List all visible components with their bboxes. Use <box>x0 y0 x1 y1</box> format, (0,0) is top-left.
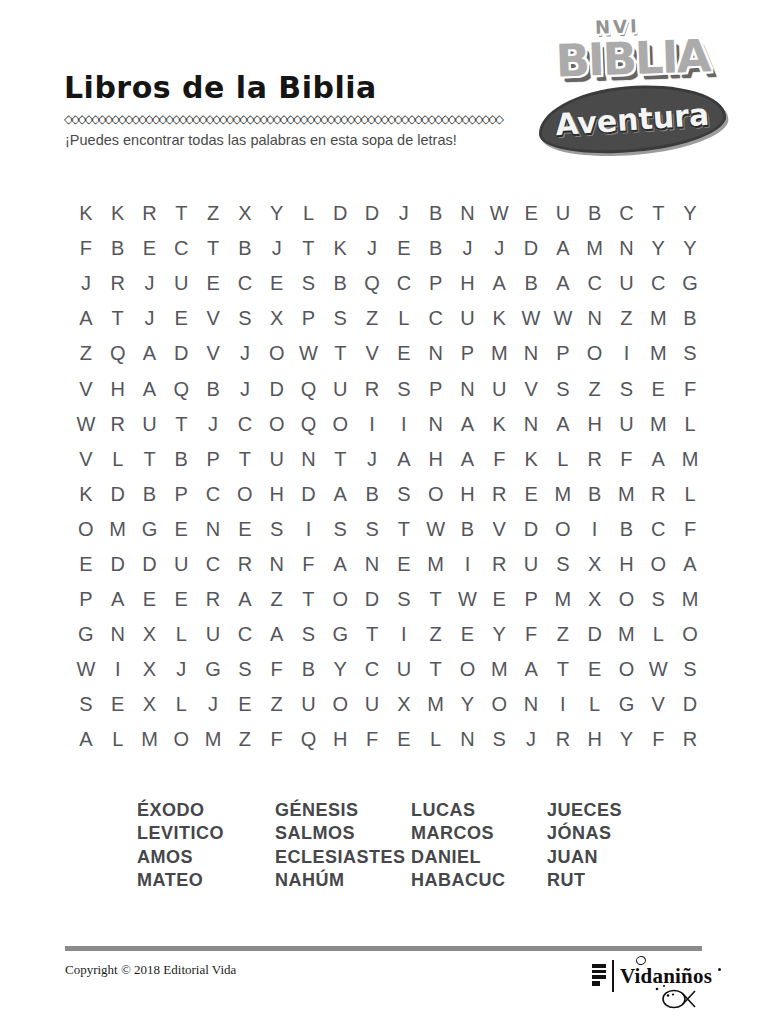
grid-cell[interactable]: D <box>515 512 547 547</box>
grid-cell[interactable]: S <box>674 652 706 687</box>
grid-cell[interactable]: L <box>102 722 134 757</box>
grid-cell[interactable]: E <box>134 231 166 266</box>
grid-cell[interactable]: F <box>70 231 102 266</box>
grid-cell[interactable]: A <box>452 442 484 477</box>
grid-cell[interactable]: G <box>134 512 166 547</box>
grid-cell[interactable]: M <box>547 477 579 512</box>
grid-cell[interactable]: N <box>356 547 388 582</box>
grid-cell[interactable]: B <box>356 477 388 512</box>
grid-cell[interactable]: Y <box>452 687 484 722</box>
grid-cell[interactable]: V <box>70 442 102 477</box>
grid-cell[interactable]: E <box>165 512 197 547</box>
grid-cell[interactable]: Y <box>611 722 643 757</box>
grid-cell[interactable]: Y <box>674 231 706 266</box>
grid-cell[interactable]: D <box>102 547 134 582</box>
grid-cell[interactable]: X <box>579 582 611 617</box>
grid-cell[interactable]: E <box>70 547 102 582</box>
grid-cell[interactable]: M <box>134 722 166 757</box>
grid-cell[interactable]: F <box>674 512 706 547</box>
grid-cell[interactable]: C <box>229 407 261 442</box>
grid-cell[interactable]: T <box>197 231 229 266</box>
grid-cell[interactable]: D <box>165 336 197 371</box>
grid-cell[interactable]: C <box>642 266 674 301</box>
grid-cell[interactable]: E <box>483 582 515 617</box>
grid-cell[interactable]: S <box>547 547 579 582</box>
grid-cell[interactable]: H <box>324 722 356 757</box>
grid-cell[interactable]: A <box>324 477 356 512</box>
grid-cell[interactable]: C <box>579 266 611 301</box>
grid-cell[interactable]: C <box>356 652 388 687</box>
grid-cell[interactable]: A <box>229 582 261 617</box>
grid-cell[interactable]: Z <box>261 687 293 722</box>
grid-cell[interactable]: P <box>420 371 452 406</box>
grid-cell[interactable]: M <box>611 477 643 512</box>
grid-cell[interactable]: U <box>165 266 197 301</box>
grid-cell[interactable]: R <box>579 442 611 477</box>
grid-cell[interactable]: D <box>261 371 293 406</box>
grid-cell[interactable]: S <box>70 687 102 722</box>
grid-cell[interactable]: M <box>483 336 515 371</box>
grid-cell[interactable]: A <box>134 371 166 406</box>
grid-cell[interactable]: U <box>165 547 197 582</box>
grid-cell[interactable]: C <box>165 231 197 266</box>
grid-cell[interactable]: D <box>293 477 325 512</box>
grid-cell[interactable]: W <box>420 512 452 547</box>
grid-cell[interactable]: T <box>420 652 452 687</box>
grid-cell[interactable]: O <box>674 617 706 652</box>
grid-cell[interactable]: A <box>261 617 293 652</box>
grid-cell[interactable]: Y <box>674 196 706 231</box>
grid-cell[interactable]: B <box>452 512 484 547</box>
grid-cell[interactable]: C <box>197 547 229 582</box>
grid-cell[interactable]: Z <box>70 336 102 371</box>
grid-cell[interactable]: T <box>165 196 197 231</box>
grid-cell[interactable]: I <box>547 687 579 722</box>
grid-cell[interactable]: U <box>134 407 166 442</box>
grid-cell[interactable]: T <box>293 231 325 266</box>
grid-cell[interactable]: U <box>452 301 484 336</box>
grid-cell[interactable]: C <box>197 477 229 512</box>
grid-cell[interactable]: U <box>483 371 515 406</box>
grid-cell[interactable]: C <box>229 266 261 301</box>
grid-cell[interactable]: Q <box>293 407 325 442</box>
grid-cell[interactable]: G <box>674 266 706 301</box>
grid-cell[interactable]: O <box>324 582 356 617</box>
grid-cell[interactable]: J <box>134 266 166 301</box>
grid-cell[interactable]: X <box>229 196 261 231</box>
grid-cell[interactable]: M <box>197 722 229 757</box>
grid-cell[interactable]: S <box>324 512 356 547</box>
grid-cell[interactable]: H <box>579 722 611 757</box>
grid-cell[interactable]: N <box>261 547 293 582</box>
grid-cell[interactable]: C <box>642 512 674 547</box>
grid-cell[interactable]: S <box>388 477 420 512</box>
grid-cell[interactable]: I <box>356 407 388 442</box>
grid-cell[interactable]: P <box>547 336 579 371</box>
grid-cell[interactable]: E <box>165 582 197 617</box>
grid-cell[interactable]: H <box>611 547 643 582</box>
grid-cell[interactable]: T <box>356 617 388 652</box>
grid-cell[interactable]: L <box>102 442 134 477</box>
grid-cell[interactable]: K <box>70 196 102 231</box>
grid-cell[interactable]: U <box>388 652 420 687</box>
grid-cell[interactable]: B <box>420 196 452 231</box>
grid-cell[interactable]: L <box>547 442 579 477</box>
grid-cell[interactable]: O <box>261 407 293 442</box>
grid-cell[interactable]: O <box>611 582 643 617</box>
grid-cell[interactable]: B <box>674 301 706 336</box>
grid-cell[interactable]: A <box>547 407 579 442</box>
grid-cell[interactable]: W <box>293 336 325 371</box>
grid-cell[interactable]: C <box>420 301 452 336</box>
grid-cell[interactable]: G <box>197 652 229 687</box>
grid-cell[interactable]: Q <box>102 336 134 371</box>
grid-cell[interactable]: K <box>70 477 102 512</box>
grid-cell[interactable]: P <box>452 336 484 371</box>
grid-cell[interactable]: R <box>674 722 706 757</box>
grid-cell[interactable]: W <box>452 582 484 617</box>
grid-cell[interactable]: L <box>579 687 611 722</box>
grid-cell[interactable]: W <box>515 301 547 336</box>
grid-cell[interactable]: S <box>483 722 515 757</box>
grid-cell[interactable]: V <box>197 336 229 371</box>
grid-cell[interactable]: A <box>134 336 166 371</box>
grid-cell[interactable]: A <box>483 266 515 301</box>
grid-cell[interactable]: R <box>642 477 674 512</box>
grid-cell[interactable]: B <box>611 512 643 547</box>
grid-cell[interactable]: U <box>293 687 325 722</box>
grid-cell[interactable]: U <box>356 687 388 722</box>
grid-cell[interactable]: B <box>420 231 452 266</box>
grid-cell[interactable]: E <box>165 301 197 336</box>
grid-cell[interactable]: H <box>452 477 484 512</box>
grid-cell[interactable]: A <box>452 407 484 442</box>
grid-cell[interactable]: R <box>356 371 388 406</box>
grid-cell[interactable]: N <box>293 442 325 477</box>
grid-cell[interactable]: L <box>642 617 674 652</box>
grid-cell[interactable]: P <box>70 582 102 617</box>
grid-cell[interactable]: L <box>674 407 706 442</box>
grid-cell[interactable]: E <box>642 371 674 406</box>
grid-cell[interactable]: D <box>579 617 611 652</box>
grid-cell[interactable]: B <box>102 231 134 266</box>
grid-cell[interactable]: I <box>388 617 420 652</box>
grid-cell[interactable]: I <box>388 407 420 442</box>
grid-cell[interactable]: T <box>165 407 197 442</box>
grid-cell[interactable]: E <box>388 547 420 582</box>
grid-cell[interactable]: M <box>579 231 611 266</box>
grid-cell[interactable]: J <box>356 442 388 477</box>
grid-cell[interactable]: G <box>70 617 102 652</box>
grid-cell[interactable]: M <box>642 301 674 336</box>
grid-cell[interactable]: O <box>452 652 484 687</box>
grid-cell[interactable]: U <box>197 617 229 652</box>
grid-cell[interactable]: J <box>165 652 197 687</box>
grid-cell[interactable]: N <box>611 231 643 266</box>
grid-cell[interactable]: D <box>134 547 166 582</box>
grid-cell[interactable]: B <box>197 371 229 406</box>
grid-cell[interactable]: X <box>261 301 293 336</box>
grid-cell[interactable]: E <box>229 687 261 722</box>
grid-cell[interactable]: U <box>547 196 579 231</box>
grid-cell[interactable]: P <box>420 266 452 301</box>
grid-cell[interactable]: A <box>547 266 579 301</box>
grid-cell[interactable]: E <box>197 266 229 301</box>
grid-cell[interactable]: O <box>229 477 261 512</box>
grid-cell[interactable]: W <box>70 652 102 687</box>
grid-cell[interactable]: D <box>102 477 134 512</box>
grid-cell[interactable]: V <box>483 512 515 547</box>
grid-cell[interactable]: I <box>579 512 611 547</box>
grid-cell[interactable]: J <box>197 687 229 722</box>
grid-cell[interactable]: Z <box>356 301 388 336</box>
grid-cell[interactable]: U <box>611 266 643 301</box>
grid-cell[interactable]: I <box>102 652 134 687</box>
grid-cell[interactable]: V <box>515 371 547 406</box>
grid-cell[interactable]: Y <box>483 617 515 652</box>
grid-cell[interactable]: M <box>547 582 579 617</box>
grid-cell[interactable]: C <box>229 617 261 652</box>
grid-cell[interactable]: P <box>197 442 229 477</box>
grid-cell[interactable]: M <box>642 407 674 442</box>
grid-cell[interactable]: Q <box>293 371 325 406</box>
grid-cell[interactable]: O <box>324 687 356 722</box>
grid-cell[interactable]: Z <box>579 371 611 406</box>
grid-cell[interactable]: H <box>452 266 484 301</box>
grid-cell[interactable]: F <box>674 371 706 406</box>
grid-cell[interactable]: J <box>229 371 261 406</box>
grid-cell[interactable]: J <box>483 231 515 266</box>
grid-cell[interactable]: D <box>674 687 706 722</box>
grid-cell[interactable]: E <box>388 336 420 371</box>
grid-cell[interactable]: V <box>356 336 388 371</box>
grid-cell[interactable]: D <box>324 196 356 231</box>
grid-cell[interactable]: L <box>420 722 452 757</box>
grid-cell[interactable]: M <box>642 336 674 371</box>
grid-cell[interactable]: R <box>547 722 579 757</box>
grid-cell[interactable]: P <box>165 477 197 512</box>
grid-cell[interactable]: X <box>134 617 166 652</box>
grid-cell[interactable]: R <box>229 547 261 582</box>
grid-cell[interactable]: N <box>102 617 134 652</box>
grid-cell[interactable]: K <box>483 407 515 442</box>
grid-cell[interactable]: R <box>197 582 229 617</box>
grid-cell[interactable]: Q <box>165 371 197 406</box>
grid-cell[interactable]: S <box>229 652 261 687</box>
grid-cell[interactable]: S <box>356 512 388 547</box>
grid-cell[interactable]: T <box>547 652 579 687</box>
grid-cell[interactable]: B <box>515 266 547 301</box>
grid-cell[interactable]: N <box>579 301 611 336</box>
grid-cell[interactable]: B <box>165 442 197 477</box>
grid-cell[interactable]: N <box>515 407 547 442</box>
grid-cell[interactable]: T <box>293 582 325 617</box>
grid-cell[interactable]: T <box>229 442 261 477</box>
grid-cell[interactable]: U <box>611 407 643 442</box>
grid-cell[interactable]: Y <box>324 652 356 687</box>
grid-cell[interactable]: F <box>293 547 325 582</box>
grid-cell[interactable]: J <box>515 722 547 757</box>
grid-cell[interactable]: W <box>642 652 674 687</box>
grid-cell[interactable]: Z <box>547 617 579 652</box>
grid-cell[interactable]: F <box>261 722 293 757</box>
grid-cell[interactable]: T <box>420 582 452 617</box>
grid-cell[interactable]: Q <box>356 266 388 301</box>
grid-cell[interactable]: N <box>452 196 484 231</box>
grid-cell[interactable]: N <box>452 371 484 406</box>
grid-cell[interactable]: O <box>261 336 293 371</box>
grid-cell[interactable]: M <box>102 512 134 547</box>
grid-cell[interactable]: S <box>261 512 293 547</box>
grid-cell[interactable]: A <box>70 301 102 336</box>
grid-cell[interactable]: L <box>165 617 197 652</box>
grid-cell[interactable]: N <box>420 336 452 371</box>
grid-cell[interactable]: K <box>324 231 356 266</box>
grid-cell[interactable]: U <box>261 442 293 477</box>
grid-cell[interactable]: E <box>388 231 420 266</box>
grid-cell[interactable]: O <box>70 512 102 547</box>
grid-cell[interactable]: W <box>70 407 102 442</box>
grid-cell[interactable]: H <box>261 477 293 512</box>
grid-cell[interactable]: J <box>388 196 420 231</box>
grid-cell[interactable]: N <box>515 687 547 722</box>
grid-cell[interactable]: T <box>134 442 166 477</box>
grid-cell[interactable]: M <box>611 617 643 652</box>
grid-cell[interactable]: J <box>197 407 229 442</box>
grid-cell[interactable]: L <box>674 477 706 512</box>
grid-cell[interactable]: T <box>102 301 134 336</box>
grid-cell[interactable]: P <box>293 301 325 336</box>
grid-cell[interactable]: L <box>293 196 325 231</box>
grid-cell[interactable]: H <box>102 371 134 406</box>
grid-cell[interactable]: F <box>356 722 388 757</box>
grid-cell[interactable]: X <box>134 687 166 722</box>
grid-cell[interactable]: M <box>483 652 515 687</box>
grid-cell[interactable]: I <box>293 512 325 547</box>
grid-cell[interactable]: T <box>324 442 356 477</box>
grid-cell[interactable]: M <box>420 547 452 582</box>
grid-cell[interactable]: F <box>611 442 643 477</box>
grid-cell[interactable]: J <box>134 301 166 336</box>
grid-cell[interactable]: J <box>229 336 261 371</box>
grid-cell[interactable]: J <box>261 231 293 266</box>
grid-cell[interactable]: E <box>102 687 134 722</box>
grid-cell[interactable]: N <box>420 407 452 442</box>
grid-cell[interactable]: S <box>293 266 325 301</box>
grid-cell[interactable]: A <box>324 547 356 582</box>
grid-cell[interactable]: V <box>197 301 229 336</box>
grid-cell[interactable]: A <box>547 231 579 266</box>
grid-cell[interactable]: E <box>134 582 166 617</box>
grid-cell[interactable]: B <box>324 266 356 301</box>
grid-cell[interactable]: D <box>356 582 388 617</box>
grid-cell[interactable]: B <box>579 477 611 512</box>
grid-cell[interactable]: M <box>420 687 452 722</box>
grid-cell[interactable]: A <box>102 582 134 617</box>
grid-cell[interactable]: A <box>674 547 706 582</box>
grid-cell[interactable]: Z <box>229 722 261 757</box>
grid-cell[interactable]: D <box>356 196 388 231</box>
grid-cell[interactable]: Z <box>611 301 643 336</box>
grid-cell[interactable]: E <box>579 652 611 687</box>
grid-cell[interactable]: I <box>611 336 643 371</box>
grid-cell[interactable]: Y <box>261 196 293 231</box>
grid-cell[interactable]: L <box>388 301 420 336</box>
grid-cell[interactable]: O <box>611 652 643 687</box>
grid-cell[interactable]: R <box>102 407 134 442</box>
grid-cell[interactable]: K <box>102 196 134 231</box>
grid-cell[interactable]: J <box>356 231 388 266</box>
grid-cell[interactable]: B <box>293 652 325 687</box>
grid-cell[interactable]: K <box>483 301 515 336</box>
grid-cell[interactable]: E <box>388 722 420 757</box>
grid-cell[interactable]: S <box>388 582 420 617</box>
grid-cell[interactable]: Q <box>293 722 325 757</box>
grid-cell[interactable]: S <box>611 371 643 406</box>
grid-cell[interactable]: J <box>452 231 484 266</box>
grid-cell[interactable]: M <box>674 582 706 617</box>
grid-cell[interactable]: N <box>452 722 484 757</box>
grid-cell[interactable]: O <box>420 477 452 512</box>
grid-cell[interactable]: E <box>515 196 547 231</box>
grid-cell[interactable]: O <box>483 687 515 722</box>
grid-cell[interactable]: B <box>134 477 166 512</box>
grid-cell[interactable]: F <box>483 442 515 477</box>
grid-cell[interactable]: H <box>579 407 611 442</box>
grid-cell[interactable]: V <box>642 687 674 722</box>
grid-cell[interactable]: M <box>674 442 706 477</box>
grid-cell[interactable]: S <box>388 371 420 406</box>
grid-cell[interactable]: U <box>515 547 547 582</box>
grid-cell[interactable]: X <box>388 687 420 722</box>
grid-cell[interactable]: U <box>324 371 356 406</box>
grid-cell[interactable]: A <box>70 722 102 757</box>
grid-cell[interactable]: E <box>261 266 293 301</box>
grid-cell[interactable]: S <box>547 371 579 406</box>
grid-cell[interactable]: F <box>515 617 547 652</box>
grid-cell[interactable]: Z <box>420 617 452 652</box>
grid-cell[interactable]: S <box>642 582 674 617</box>
grid-cell[interactable]: E <box>452 617 484 652</box>
grid-cell[interactable]: C <box>388 266 420 301</box>
grid-cell[interactable]: K <box>515 442 547 477</box>
grid-cell[interactable]: F <box>642 722 674 757</box>
grid-cell[interactable]: J <box>70 266 102 301</box>
grid-cell[interactable]: T <box>388 512 420 547</box>
grid-cell[interactable]: W <box>547 301 579 336</box>
grid-cell[interactable]: A <box>515 652 547 687</box>
grid-cell[interactable]: G <box>324 617 356 652</box>
grid-cell[interactable]: V <box>70 371 102 406</box>
grid-cell[interactable]: B <box>579 196 611 231</box>
grid-cell[interactable]: N <box>197 512 229 547</box>
grid-cell[interactable]: H <box>420 442 452 477</box>
grid-cell[interactable]: L <box>165 687 197 722</box>
grid-cell[interactable]: S <box>324 301 356 336</box>
grid-cell[interactable]: P <box>515 582 547 617</box>
grid-cell[interactable]: C <box>611 196 643 231</box>
grid-cell[interactable]: E <box>229 512 261 547</box>
grid-cell[interactable]: A <box>642 442 674 477</box>
grid-cell[interactable]: X <box>134 652 166 687</box>
grid-cell[interactable]: E <box>515 477 547 512</box>
grid-cell[interactable]: I <box>452 547 484 582</box>
grid-cell[interactable]: R <box>134 196 166 231</box>
grid-cell[interactable]: O <box>324 407 356 442</box>
grid-cell[interactable]: N <box>515 336 547 371</box>
grid-cell[interactable]: O <box>547 512 579 547</box>
grid-cell[interactable]: T <box>642 196 674 231</box>
